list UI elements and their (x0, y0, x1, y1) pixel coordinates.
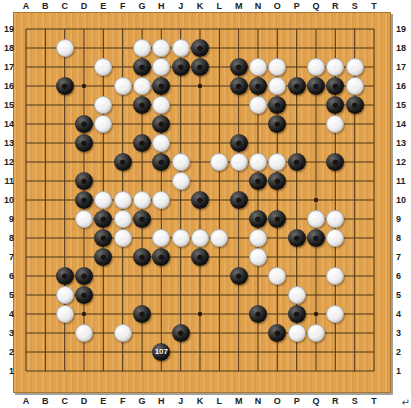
col-label-bottom-T: T (367, 396, 381, 406)
white-stone-Q3: ● (307, 324, 325, 342)
white-stone-F16: ● (114, 77, 132, 95)
row-label-left-16: 16 (0, 81, 14, 91)
col-label-top-J: J (174, 1, 188, 11)
white-stone-C5: ● (56, 286, 74, 304)
col-label-top-G: G (135, 1, 149, 11)
row-label-left-18: 18 (0, 43, 14, 53)
row-label-left-7: 7 (0, 252, 14, 262)
black-stone-M6: ● (230, 267, 248, 285)
black-stone-D10: ● (75, 191, 93, 209)
row-label-left-8: 8 (0, 233, 14, 243)
row-label-right-12: 12 (396, 157, 410, 167)
col-label-bottom-S: S (348, 396, 362, 406)
white-stone-D3: ● (75, 324, 93, 342)
white-stone-J18: ● (172, 39, 190, 57)
white-stone-S16: ● (346, 77, 364, 95)
white-stone-J12: ● (172, 153, 190, 171)
col-label-top-A: A (19, 1, 33, 11)
white-stone-N15: ● (249, 96, 267, 114)
white-stone-Q17: ● (307, 58, 325, 76)
col-label-top-D: D (77, 1, 91, 11)
black-stone-D14: ● (75, 115, 93, 133)
col-label-bottom-O: O (270, 396, 284, 406)
col-label-top-L: L (212, 1, 226, 11)
row-label-right-19: 19 (396, 24, 410, 34)
col-label-bottom-P: P (290, 396, 304, 406)
row-label-left-17: 17 (0, 62, 14, 72)
row-label-right-13: 13 (396, 138, 410, 148)
black-stone-J3: ● (172, 324, 190, 342)
white-stone-Q9: ● (307, 210, 325, 228)
row-label-right-3: 3 (396, 328, 410, 338)
row-label-left-19: 19 (0, 24, 14, 34)
white-stone-K8: ● (191, 229, 209, 247)
star-point (198, 312, 202, 316)
white-stone-N17: ● (249, 58, 267, 76)
black-stone-P16: ● (288, 77, 306, 95)
white-stone-N7: ● (249, 248, 267, 266)
black-stone-N4: ● (249, 305, 267, 323)
row-label-right-10: 10 (396, 195, 410, 205)
row-label-right-9: 9 (396, 214, 410, 224)
black-stone-P12: ● (288, 153, 306, 171)
white-stone-N12: ● (249, 153, 267, 171)
white-stone-N8: ● (249, 229, 267, 247)
black-stone-M17: ● (230, 58, 248, 76)
row-label-right-6: 6 (396, 271, 410, 281)
white-stone-F3: ● (114, 324, 132, 342)
white-stone-C4: ● (56, 305, 74, 323)
black-stone-G15: ● (133, 96, 151, 114)
row-label-right-16: 16 (396, 81, 410, 91)
col-label-bottom-J: J (174, 396, 188, 406)
row-label-left-3: 3 (0, 328, 14, 338)
row-label-left-9: 9 (0, 214, 14, 224)
black-stone-C16: ● (56, 77, 74, 95)
col-label-top-K: K (193, 1, 207, 11)
black-stone-K7: ● (191, 248, 209, 266)
white-stone-F8: ● (114, 229, 132, 247)
col-label-bottom-C: C (58, 396, 72, 406)
row-label-right-5: 5 (396, 290, 410, 300)
col-label-top-Q: Q (309, 1, 323, 11)
row-label-right-11: 11 (396, 176, 410, 186)
col-label-bottom-B: B (38, 396, 52, 406)
star-point (82, 84, 86, 88)
go-board-screenshot: AABBCCDDEEFFGGHHJJKKLLMMNNOOPPQQRRSSTT19… (0, 0, 411, 408)
row-label-left-6: 6 (0, 271, 14, 281)
col-label-top-P: P (290, 1, 304, 11)
col-label-bottom-N: N (251, 396, 265, 406)
black-stone-G13: ● (133, 134, 151, 152)
row-label-left-5: 5 (0, 290, 14, 300)
col-label-bottom-R: R (328, 396, 342, 406)
black-stone-M10: ● (230, 191, 248, 209)
black-stone-G7: ● (133, 248, 151, 266)
black-stone-D13: ● (75, 134, 93, 152)
white-stone-C18: ● (56, 39, 74, 57)
white-stone-S17: ● (346, 58, 364, 76)
row-label-right-8: 8 (396, 233, 410, 243)
black-stone-Q16: ● (307, 77, 325, 95)
white-stone-G10: ● (133, 191, 151, 209)
col-label-bottom-F: F (116, 396, 130, 406)
row-label-right-7: 7 (396, 252, 410, 262)
white-stone-J8: ● (172, 229, 190, 247)
row-label-right-15: 15 (396, 100, 410, 110)
row-label-left-14: 14 (0, 119, 14, 129)
row-label-left-11: 11 (0, 176, 14, 186)
col-label-bottom-A: A (19, 396, 33, 406)
col-label-bottom-E: E (96, 396, 110, 406)
black-stone-D6: ● (75, 267, 93, 285)
row-label-left-2: 2 (0, 347, 14, 357)
black-stone-J17: ● (172, 58, 190, 76)
col-label-bottom-K: K (193, 396, 207, 406)
row-label-left-1: 1 (0, 366, 14, 376)
black-stone-N16: ● (249, 77, 267, 95)
black-stone-S15: ● (346, 96, 364, 114)
white-stone-M12: ● (230, 153, 248, 171)
row-label-left-12: 12 (0, 157, 14, 167)
white-stone-F10: ● (114, 191, 132, 209)
row-label-left-10: 10 (0, 195, 14, 205)
col-label-top-S: S (348, 1, 362, 11)
col-label-bottom-L: L (212, 396, 226, 406)
return-cursor-glyph: ↵ (402, 397, 410, 408)
col-label-bottom-G: G (135, 396, 149, 406)
star-point (82, 312, 86, 316)
star-point (314, 198, 318, 202)
col-label-top-R: R (328, 1, 342, 11)
row-label-left-15: 15 (0, 100, 14, 110)
black-stone-G4: ● (133, 305, 151, 323)
row-label-left-13: 13 (0, 138, 14, 148)
black-stone-G17: ● (133, 58, 151, 76)
black-stone-D5: ● (75, 286, 93, 304)
white-stone-P3: ● (288, 324, 306, 342)
col-label-top-E: E (96, 1, 110, 11)
col-label-bottom-H: H (154, 396, 168, 406)
col-label-top-O: O (270, 1, 284, 11)
star-point (314, 312, 318, 316)
black-stone-N11: ● (249, 172, 267, 190)
black-stone-N9: ● (249, 210, 267, 228)
black-stone-K18: ● (191, 39, 209, 57)
black-stone-D11: ● (75, 172, 93, 190)
white-stone-P5: ● (288, 286, 306, 304)
row-label-right-1: 1 (396, 366, 410, 376)
col-label-top-H: H (154, 1, 168, 11)
star-point (198, 84, 202, 88)
row-label-right-18: 18 (396, 43, 410, 53)
row-label-right-17: 17 (396, 62, 410, 72)
black-stone-M13: ● (230, 134, 248, 152)
col-label-top-M: M (232, 1, 246, 11)
black-stone-F12: ● (114, 153, 132, 171)
row-label-right-2: 2 (396, 347, 410, 357)
col-label-top-N: N (251, 1, 265, 11)
black-stone-M16: ● (230, 77, 248, 95)
black-stone-Q8: ● (307, 229, 325, 247)
white-stone-F9: ● (114, 210, 132, 228)
col-label-bottom-Q: Q (309, 396, 323, 406)
row-label-left-4: 4 (0, 309, 14, 319)
col-label-bottom-M: M (232, 396, 246, 406)
black-stone-C6: ● (56, 267, 74, 285)
white-stone-J11: ● (172, 172, 190, 190)
black-stone-K17: ● (191, 58, 209, 76)
black-stone-K10: ● (191, 191, 209, 209)
black-stone-P4: ● (288, 305, 306, 323)
col-label-bottom-D: D (77, 396, 91, 406)
row-label-right-14: 14 (396, 119, 410, 129)
row-label-right-4: 4 (396, 309, 410, 319)
col-label-top-T: T (367, 1, 381, 11)
white-stone-D9: ● (75, 210, 93, 228)
black-stone-G9: ● (133, 210, 151, 228)
col-label-top-C: C (58, 1, 72, 11)
col-label-top-F: F (116, 1, 130, 11)
col-label-top-B: B (38, 1, 52, 11)
white-stone-G16: ● (133, 77, 151, 95)
white-stone-G18: ● (133, 39, 151, 57)
black-stone-P8: ● (288, 229, 306, 247)
